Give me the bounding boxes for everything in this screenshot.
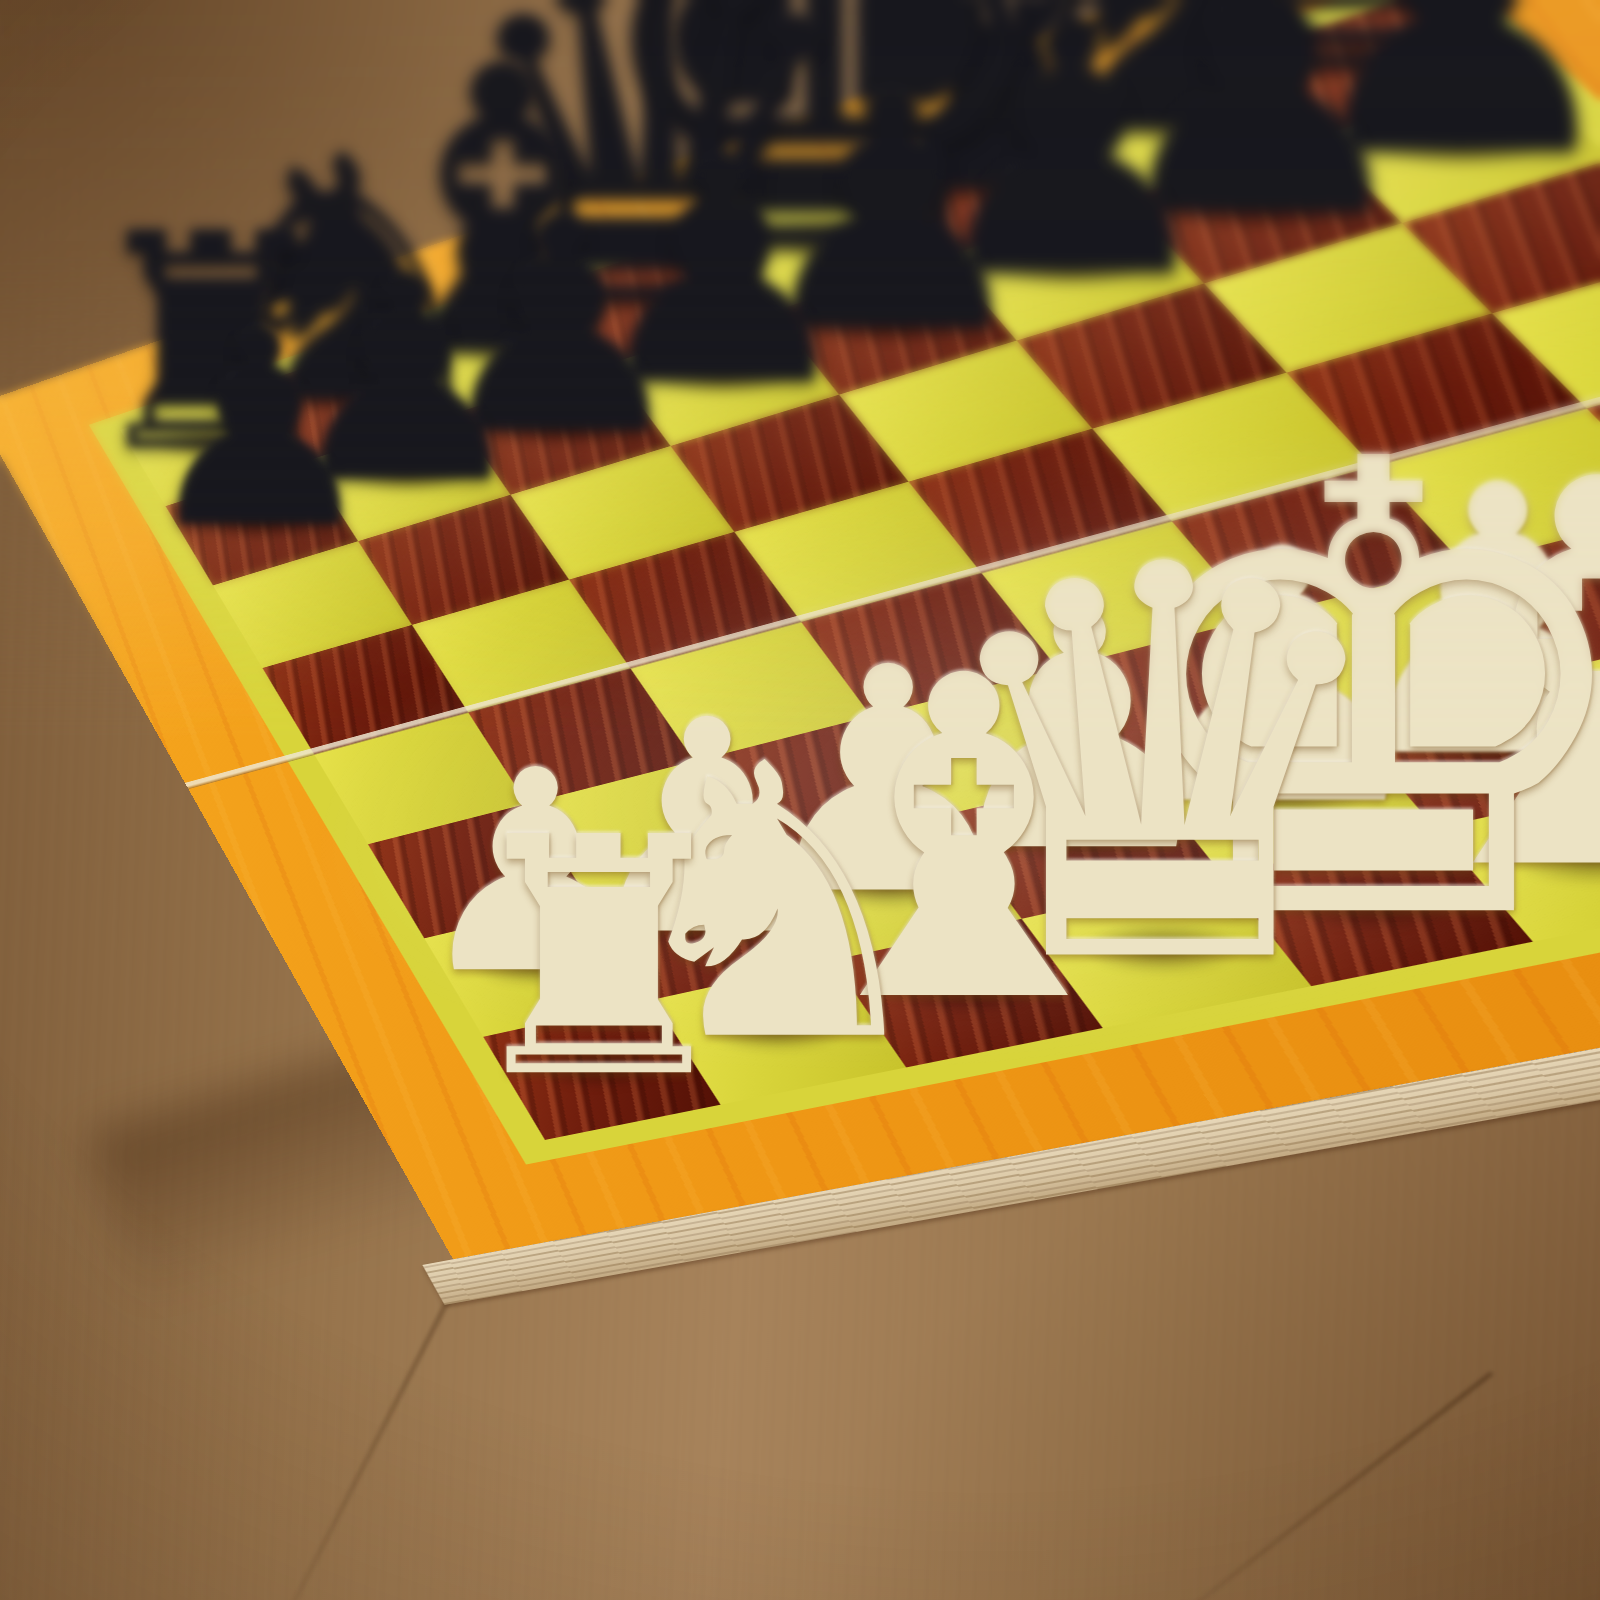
white-rook-icon: ♜ — [452, 768, 746, 1149]
black-pawn-icon: ♟ — [139, 274, 381, 588]
piece-white-rook-a1[interactable]: ♜ — [452, 795, 746, 1123]
piece-black-pawn-a7[interactable]: ♟ — [139, 297, 381, 567]
chess-photo-stage: ♜♞♝♛♚♝♞♜♟♟♟♟♟♟♟♟♟♟♟♟♟♟♟♜♞♝♛♚♝♞ — [0, 0, 1600, 1600]
